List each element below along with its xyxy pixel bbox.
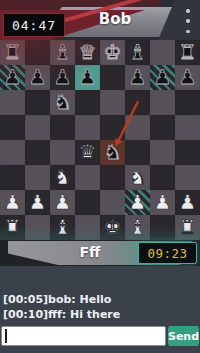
square-h1[interactable]: ♜: [175, 215, 200, 240]
square-f8[interactable]: ♝: [125, 40, 150, 65]
square-g8[interactable]: [150, 40, 175, 65]
white-pawn-piece: ♟: [154, 190, 172, 215]
chat-text-input[interactable]: [1, 326, 166, 346]
square-g2[interactable]: ♟: [150, 190, 175, 215]
white-bishop-piece: ♝: [54, 215, 72, 240]
white-bishop-piece: ♝: [129, 215, 147, 240]
square-b2[interactable]: ♟: [25, 190, 50, 215]
square-c5[interactable]: [50, 115, 75, 140]
square-h5[interactable]: [175, 115, 200, 140]
black-bishop-piece: ♝: [129, 40, 147, 65]
black-pawn-piece: ♟: [54, 65, 72, 90]
square-a5[interactable]: [0, 115, 25, 140]
square-d4[interactable]: ♛: [75, 140, 100, 165]
square-g4[interactable]: [150, 140, 175, 165]
square-d5[interactable]: [75, 115, 100, 140]
white-pawn-piece: ♟: [54, 190, 72, 215]
square-g1[interactable]: [150, 215, 175, 240]
bottom-player-clock: 09:23: [138, 242, 197, 264]
square-e8[interactable]: ♚: [100, 40, 125, 65]
white-pawn-piece: ♟: [179, 190, 197, 215]
square-g3[interactable]: [150, 165, 175, 190]
square-h8[interactable]: ♜: [175, 40, 200, 65]
chat-panel: [00:05]bob: Hello [00:10]fff: Hi there S…: [0, 266, 200, 353]
square-f2[interactable]: ♟: [125, 190, 150, 215]
black-pawn-piece: ♟: [29, 65, 47, 90]
square-g7[interactable]: ♟: [150, 65, 175, 90]
black-bishop-piece: ♝: [54, 40, 72, 65]
chat-message: [00:05]bob: Hello: [3, 292, 197, 307]
send-button[interactable]: Send: [168, 326, 199, 346]
chat-message: [00:10]fff: Hi there: [3, 307, 197, 322]
square-c1[interactable]: ♝: [50, 215, 75, 240]
square-e3[interactable]: [100, 165, 125, 190]
top-player-clock: 04:47: [3, 13, 65, 37]
bottom-clock-value: 09:23: [147, 246, 187, 261]
text-caret: [5, 329, 7, 343]
top-clock-value: 04:47: [12, 18, 56, 33]
top-player-bar: 04:47 Bob: [0, 0, 200, 40]
square-c3[interactable]: ♞: [50, 165, 75, 190]
square-h6[interactable]: [175, 90, 200, 115]
square-d3[interactable]: [75, 165, 100, 190]
square-d2[interactable]: [75, 190, 100, 215]
white-knight-piece: ♞: [54, 165, 72, 190]
square-e2[interactable]: [100, 190, 125, 215]
black-rook-piece: ♜: [4, 40, 22, 65]
square-b5[interactable]: [25, 115, 50, 140]
square-f5[interactable]: [125, 115, 150, 140]
black-knight-piece: ♞: [104, 140, 122, 165]
square-a3[interactable]: [0, 165, 25, 190]
square-f7[interactable]: ♟: [125, 65, 150, 90]
square-c6[interactable]: ♞: [50, 90, 75, 115]
square-d1[interactable]: [75, 215, 100, 240]
square-a1[interactable]: ♜: [0, 215, 25, 240]
square-b6[interactable]: [25, 90, 50, 115]
kebab-menu-icon[interactable]: [182, 9, 194, 33]
black-queen-piece: ♛: [79, 40, 97, 65]
square-g6[interactable]: [150, 90, 175, 115]
square-c2[interactable]: ♟: [50, 190, 75, 215]
black-pawn-piece: ♟: [79, 65, 97, 90]
white-pawn-piece: ♟: [29, 190, 47, 215]
square-b1[interactable]: [25, 215, 50, 240]
square-f1[interactable]: ♝: [125, 215, 150, 240]
square-e1[interactable]: ♚: [100, 215, 125, 240]
top-player-name: Bob: [60, 10, 170, 28]
white-rook-piece: ♜: [179, 215, 197, 240]
square-a4[interactable]: [0, 140, 25, 165]
square-a2[interactable]: ♟: [0, 190, 25, 215]
chess-board: ♜♝♛♚♝♜♟♟♟♟♟♟♟♞♛♞♞♞♟♟♟♟♟♟♜♝♚♝♜: [0, 40, 200, 240]
square-f6[interactable]: [125, 90, 150, 115]
square-b8[interactable]: [25, 40, 50, 65]
square-d8[interactable]: ♛: [75, 40, 100, 65]
square-a7[interactable]: ♟: [0, 65, 25, 90]
white-knight-piece: ♞: [129, 165, 147, 190]
square-h7[interactable]: ♟: [175, 65, 200, 90]
square-c7[interactable]: ♟: [50, 65, 75, 90]
square-f3[interactable]: ♞: [125, 165, 150, 190]
square-h4[interactable]: [175, 140, 200, 165]
square-e5[interactable]: [100, 115, 125, 140]
black-pawn-piece: ♟: [154, 65, 172, 90]
white-queen-piece: ♛: [79, 140, 97, 165]
square-b7[interactable]: ♟: [25, 65, 50, 90]
square-h3[interactable]: [175, 165, 200, 190]
black-pawn-piece: ♟: [179, 65, 197, 90]
white-king-piece: ♚: [104, 215, 122, 240]
square-e7[interactable]: [100, 65, 125, 90]
square-g5[interactable]: [150, 115, 175, 140]
square-a6[interactable]: [0, 90, 25, 115]
square-e6[interactable]: [100, 90, 125, 115]
square-f4[interactable]: [125, 140, 150, 165]
black-pawn-piece: ♟: [4, 65, 22, 90]
chat-input-row: Send: [0, 322, 200, 346]
white-rook-piece: ♜: [4, 215, 22, 240]
square-d7[interactable]: ♟: [75, 65, 100, 90]
black-king-piece: ♚: [104, 40, 122, 65]
chat-messages: [00:05]bob: Hello [00:10]fff: Hi there: [0, 292, 200, 322]
square-c8[interactable]: ♝: [50, 40, 75, 65]
bottom-player-bar: Fff 09:23: [0, 240, 200, 266]
chess-board-area: ♜♝♛♚♝♜♟♟♟♟♟♟♟♞♛♞♞♞♟♟♟♟♟♟♜♝♚♝♜: [0, 40, 200, 240]
square-h2[interactable]: ♟: [175, 190, 200, 215]
white-pawn-piece: ♟: [129, 190, 147, 215]
square-c4[interactable]: [50, 140, 75, 165]
square-d6[interactable]: [75, 90, 100, 115]
square-e4[interactable]: ♞: [100, 140, 125, 165]
black-rook-piece: ♜: [179, 40, 197, 65]
white-pawn-piece: ♟: [4, 190, 22, 215]
black-pawn-piece: ♟: [129, 65, 147, 90]
square-b3[interactable]: [25, 165, 50, 190]
square-b4[interactable]: [25, 140, 50, 165]
square-a8[interactable]: ♜: [0, 40, 25, 65]
black-knight-piece: ♞: [54, 90, 72, 115]
